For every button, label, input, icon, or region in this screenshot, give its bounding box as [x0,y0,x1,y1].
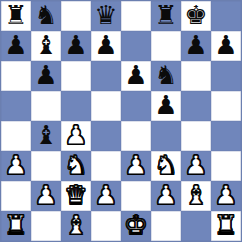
white-pawn: ♟ [214,182,237,208]
square-d1[interactable] [91,211,121,241]
square-f4[interactable] [151,121,181,151]
square-a2[interactable] [1,181,31,211]
square-h2[interactable]: ♟ [211,181,241,211]
black-pawn: ♟ [64,32,87,58]
square-e7[interactable] [121,31,151,61]
square-d3[interactable] [91,151,121,181]
square-h7[interactable]: ♟ [211,31,241,61]
white-bishop: ♝ [184,182,207,208]
white-knight: ♞ [154,152,177,178]
white-rook: ♜ [4,212,27,238]
black-pawn: ♟ [94,32,117,58]
white-bishop: ♝ [64,212,87,238]
square-g2[interactable]: ♝ [181,181,211,211]
square-c7[interactable]: ♟ [61,31,91,61]
square-g4[interactable] [181,121,211,151]
square-b3[interactable] [31,151,61,181]
square-c4[interactable]: ♟ [61,121,91,151]
black-pawn: ♟ [34,62,57,88]
square-c6[interactable] [61,61,91,91]
square-f3[interactable]: ♞ [151,151,181,181]
square-a6[interactable] [1,61,31,91]
square-d2[interactable]: ♟ [91,181,121,211]
square-h5[interactable] [211,91,241,121]
square-a5[interactable] [1,91,31,121]
square-f5[interactable]: ♟ [151,91,181,121]
black-bishop: ♝ [34,122,57,148]
black-queen: ♛ [94,2,117,28]
square-c1[interactable]: ♝ [61,211,91,241]
square-e1[interactable]: ♚ [121,211,151,241]
square-c5[interactable] [61,91,91,121]
white-pawn: ♟ [154,182,177,208]
white-queen: ♛ [64,182,87,208]
square-f8[interactable]: ♜ [151,1,181,31]
black-pawn: ♟ [184,32,207,58]
white-pawn: ♟ [184,152,207,178]
square-g1[interactable] [181,211,211,241]
square-h3[interactable] [211,151,241,181]
square-a1[interactable]: ♜ [1,211,31,241]
square-a3[interactable]: ♟ [1,151,31,181]
square-a8[interactable]: ♜ [1,1,31,31]
black-king: ♚ [184,2,207,28]
square-b7[interactable]: ♝ [31,31,61,61]
black-pawn: ♟ [4,32,27,58]
square-e6[interactable]: ♟ [121,61,151,91]
square-e5[interactable] [121,91,151,121]
square-b6[interactable]: ♟ [31,61,61,91]
square-d8[interactable]: ♛ [91,1,121,31]
square-e8[interactable] [121,1,151,31]
square-e4[interactable] [121,121,151,151]
black-pawn: ♟ [214,32,237,58]
square-b8[interactable]: ♞ [31,1,61,31]
square-a7[interactable]: ♟ [1,31,31,61]
square-g8[interactable]: ♚ [181,1,211,31]
black-bishop: ♝ [34,32,57,58]
square-d4[interactable] [91,121,121,151]
square-d5[interactable] [91,91,121,121]
square-g6[interactable] [181,61,211,91]
square-h4[interactable] [211,121,241,151]
white-pawn: ♟ [4,152,27,178]
square-c8[interactable] [61,1,91,31]
square-e3[interactable]: ♟ [121,151,151,181]
white-pawn: ♟ [94,182,117,208]
square-b4[interactable]: ♝ [31,121,61,151]
square-b2[interactable]: ♟ [31,181,61,211]
black-knight: ♞ [154,62,177,88]
white-pawn: ♟ [124,152,147,178]
white-knight: ♞ [64,152,87,178]
black-pawn: ♟ [154,92,177,118]
square-f2[interactable]: ♟ [151,181,181,211]
square-b1[interactable] [31,211,61,241]
square-f6[interactable]: ♞ [151,61,181,91]
square-f7[interactable] [151,31,181,61]
square-e2[interactable] [121,181,151,211]
white-king: ♚ [124,212,147,238]
square-g3[interactable]: ♟ [181,151,211,181]
square-c3[interactable]: ♞ [61,151,91,181]
black-rook: ♜ [4,2,27,28]
white-rook: ♜ [214,212,237,238]
square-c2[interactable]: ♛ [61,181,91,211]
square-g7[interactable]: ♟ [181,31,211,61]
square-b5[interactable] [31,91,61,121]
square-d6[interactable] [91,61,121,91]
square-h1[interactable]: ♜ [211,211,241,241]
black-rook: ♜ [154,2,177,28]
square-h6[interactable] [211,61,241,91]
square-d7[interactable]: ♟ [91,31,121,61]
square-g5[interactable] [181,91,211,121]
black-knight: ♞ [34,2,57,28]
square-h8[interactable] [211,1,241,31]
black-pawn: ♟ [124,62,147,88]
white-pawn: ♟ [64,122,87,148]
square-f1[interactable] [151,211,181,241]
square-a4[interactable] [1,121,31,151]
white-pawn: ♟ [34,182,57,208]
chess-board: ♜♞♛♜♚♟♝♟♟♟♟♟♟♞♟♝♟♟♞♟♞♟♟♛♟♟♝♟♜♝♚♜ [0,0,242,242]
